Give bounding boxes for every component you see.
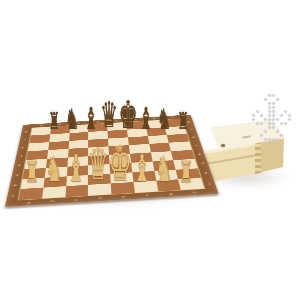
watermark-dot <box>275 129 279 133</box>
chess-piece-dark-queen: ♛ <box>100 99 118 133</box>
coordinate-label: e <box>122 195 126 198</box>
coordinate-label: 6 <box>192 136 196 138</box>
coordinate-label: f <box>146 194 148 197</box>
coordinate-label: 2 <box>13 183 17 186</box>
chess-piece-light-rook: ♜ <box>25 159 39 187</box>
coordinate-label: 2 <box>204 172 208 175</box>
coordinate-label: 3 <box>15 173 19 176</box>
coordinate-label: g <box>169 192 173 195</box>
coordinate-label: h <box>171 116 174 118</box>
coordinate-label: d <box>98 197 102 200</box>
chess-piece-light-knight: ♞ <box>45 153 62 186</box>
watermark-dot <box>279 113 283 117</box>
coordinate-label: 1 <box>11 194 15 197</box>
watermark-dot <box>283 109 287 113</box>
coordinate-label: 8 <box>25 131 28 133</box>
watermark-dot <box>283 121 287 125</box>
watermark-dot <box>259 121 263 125</box>
coordinate-label: 1 <box>207 182 211 185</box>
watermark-dot <box>255 109 259 113</box>
chess-piece-dark-king: ♚ <box>118 96 137 133</box>
brand-watermark-logo <box>252 94 296 146</box>
coordinate-label: 5 <box>194 144 198 146</box>
coordinate-label: 7 <box>189 128 193 130</box>
box-clasp-icon <box>221 144 225 147</box>
watermark-dot <box>271 93 275 97</box>
coordinate-label: 4 <box>17 164 21 166</box>
watermark-dot <box>271 125 275 129</box>
chess-piece-dark-knight: ♞ <box>65 106 79 133</box>
coordinate-label: a <box>40 124 43 126</box>
watermark-dot <box>287 117 291 121</box>
coordinate-label: 7 <box>23 138 26 140</box>
coordinate-label: h <box>192 191 196 194</box>
watermark-dot <box>251 117 255 121</box>
watermark-dot <box>279 133 283 137</box>
watermark-dot <box>263 97 267 101</box>
chess-piece-dark-bishop: ♝ <box>138 104 153 133</box>
coordinate-label: a <box>27 201 31 204</box>
coordinate-label: 6 <box>21 146 24 148</box>
watermark-dot <box>275 117 279 121</box>
chess-piece-dark-knight: ♞ <box>157 106 171 133</box>
chess-piece-light-bishop: ♝ <box>66 151 85 186</box>
coordinate-label: 5 <box>19 155 23 157</box>
board-square-a1 <box>19 188 44 200</box>
chess-piece-light-king: ♚ <box>108 141 132 186</box>
watermark-dot <box>259 113 263 117</box>
product-photo: aa88bb77cc66dd55ee44ff33gg22hh11 ♜♞♝♛♚♝♞… <box>0 0 300 300</box>
chess-piece-light-rook: ♜ <box>179 159 193 187</box>
coordinate-label: 3 <box>200 162 204 164</box>
watermark-dot <box>263 129 267 133</box>
watermark-dot <box>275 137 279 141</box>
chess-piece-light-queen: ♛ <box>87 145 109 186</box>
watermark-dot <box>259 133 263 137</box>
chess-piece-dark-bishop: ♝ <box>83 104 98 133</box>
chess-piece-light-bishop: ♝ <box>132 151 151 186</box>
chess-piece-light-knight: ♞ <box>155 153 172 186</box>
chess-piece-dark-rook: ♜ <box>48 111 60 133</box>
coordinate-label: 4 <box>197 153 201 155</box>
coordinate-label: c <box>74 198 77 201</box>
coordinate-label: b <box>50 200 54 203</box>
watermark-dot <box>275 97 279 101</box>
chess-piece-dark-rook: ♜ <box>177 111 189 133</box>
